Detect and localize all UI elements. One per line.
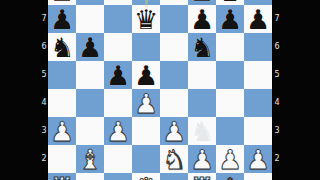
white-queen-d1[interactable]: ♛ <box>132 174 160 180</box>
square-c7[interactable] <box>104 5 132 33</box>
white-pawn-e3[interactable]: ♟ <box>160 118 188 146</box>
chessboard: ♜♜♚♟♛♟♟♟♞♟♞♟♟♟♟♟♟♝♞♟♟♟♜♛♜♚♞ <box>48 0 272 180</box>
knight-ghost-f3: ♞ <box>188 118 216 146</box>
white-pawn-a3[interactable]: ♟ <box>48 118 76 146</box>
square-c1[interactable] <box>104 173 132 180</box>
square-c2[interactable] <box>104 145 132 173</box>
rank-label-left-5: 5 <box>40 70 48 80</box>
white-pawn-c3[interactable]: ♟ <box>104 118 132 146</box>
square-h4[interactable] <box>244 89 272 117</box>
white-pawn-g2[interactable]: ♟ <box>216 146 244 174</box>
square-g6[interactable] <box>216 33 244 61</box>
rank-label-right-4: 4 <box>273 98 281 108</box>
square-e7[interactable] <box>160 5 188 33</box>
square-a5[interactable] <box>48 61 76 89</box>
square-d3[interactable] <box>132 117 160 145</box>
square-h5[interactable] <box>244 61 272 89</box>
square-c4[interactable] <box>104 89 132 117</box>
white-pawn-f2[interactable]: ♟ <box>188 146 216 174</box>
black-pawn-b6[interactable]: ♟ <box>76 34 104 62</box>
square-h6[interactable] <box>244 33 272 61</box>
square-b5[interactable] <box>76 61 104 89</box>
square-b3[interactable] <box>76 117 104 145</box>
square-e4[interactable] <box>160 89 188 117</box>
square-g3[interactable] <box>216 117 244 145</box>
square-e6[interactable] <box>160 33 188 61</box>
black-pawn-h7[interactable]: ♟ <box>244 6 272 34</box>
black-knight-f6[interactable]: ♞ <box>188 34 216 62</box>
rank-label-right-5: 5 <box>273 70 281 80</box>
square-g5[interactable] <box>216 61 244 89</box>
square-e5[interactable] <box>160 61 188 89</box>
white-bishop-b2[interactable]: ♝ <box>76 146 104 174</box>
rank-label-left-7: 7 <box>40 14 48 24</box>
black-pawn-d5[interactable]: ♟ <box>132 62 160 90</box>
square-d2[interactable] <box>132 145 160 173</box>
black-pawn-f7[interactable]: ♟ <box>188 6 216 34</box>
black-pawn-g7[interactable]: ♟ <box>216 6 244 34</box>
black-queen-d7[interactable]: ♛ <box>132 6 160 34</box>
square-h3[interactable] <box>244 117 272 145</box>
rank-label-right-2: 2 <box>273 154 281 164</box>
rank-label-left-6: 6 <box>40 42 48 52</box>
square-f4[interactable] <box>188 89 216 117</box>
white-rook-f1[interactable]: ♜ <box>188 174 216 180</box>
black-knight-a6[interactable]: ♞ <box>48 34 76 62</box>
square-b4[interactable] <box>76 89 104 117</box>
rank-label-right-3: 3 <box>273 126 281 136</box>
white-king-g1[interactable]: ♚ <box>216 174 244 180</box>
square-g4[interactable] <box>216 89 244 117</box>
square-b7[interactable] <box>76 5 104 33</box>
square-c6[interactable] <box>104 33 132 61</box>
rank-label-right-6: 6 <box>273 42 281 52</box>
chess-diagram: ♜♜♚♟♛♟♟♟♞♟♞♟♟♟♟♟♟♝♞♟♟♟♜♛♜♚♞ 776655443322 <box>0 0 320 180</box>
white-pawn-d4[interactable]: ♟ <box>132 90 160 118</box>
rank-label-left-4: 4 <box>40 98 48 108</box>
square-d6[interactable] <box>132 33 160 61</box>
rank-label-right-7: 7 <box>273 14 281 24</box>
black-pawn-c5[interactable]: ♟ <box>104 62 132 90</box>
black-pawn-a7[interactable]: ♟ <box>48 6 76 34</box>
square-a4[interactable] <box>48 89 76 117</box>
white-knight-e2[interactable]: ♞ <box>160 146 188 174</box>
rank-label-left-3: 3 <box>40 126 48 136</box>
square-a2[interactable] <box>48 145 76 173</box>
rank-label-left-2: 2 <box>40 154 48 164</box>
white-rook-a1[interactable]: ♜ <box>48 174 76 180</box>
white-pawn-h2[interactable]: ♟ <box>244 146 272 174</box>
square-f5[interactable] <box>188 61 216 89</box>
